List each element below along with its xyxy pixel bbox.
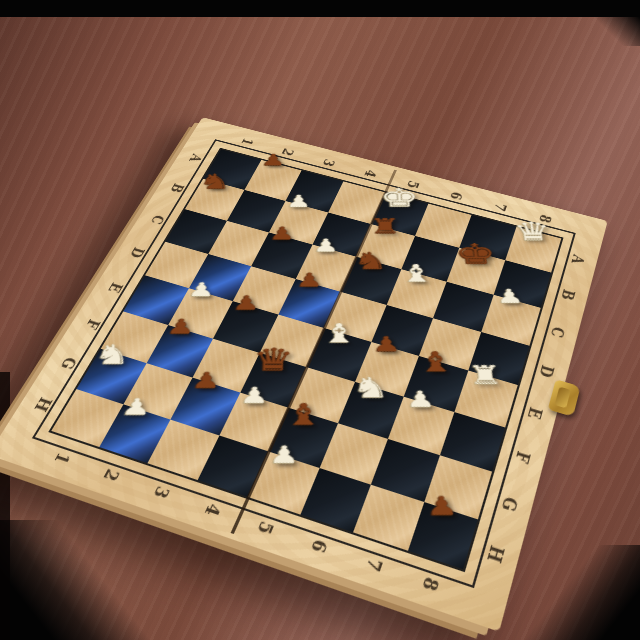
perspective-scene: 1234567812345678ABCDEFGHABCDEFGH ♟♚♛♞♟♜♚… [34, 36, 614, 616]
square-G4[interactable] [219, 392, 288, 451]
piece-white-pawn-h5[interactable]: ♟ [252, 443, 315, 484]
label-bottom-3: 3 [144, 478, 177, 507]
piece-white-king-a5[interactable]: ♚ [374, 185, 426, 213]
piece-dark-king-b7[interactable]: ♚ [448, 240, 505, 271]
piece-white-pawn-g4[interactable]: ♟ [223, 384, 284, 422]
label-right-D: D [532, 359, 559, 383]
white-pawn-glyph: ♟ [224, 384, 284, 406]
square-D8[interactable] [468, 331, 530, 385]
label-right-G: G [494, 489, 524, 518]
square-G5[interactable] [269, 408, 338, 468]
dark-pawn-glyph: ♟ [152, 316, 210, 336]
label-right-C: C [544, 320, 570, 343]
piece-white-knight-f6[interactable]: ♞ [341, 373, 401, 410]
label-bottom-1: 1 [45, 445, 78, 472]
square-F4[interactable] [240, 352, 307, 407]
white-pawn-glyph: ♟ [105, 396, 167, 419]
square-G7[interactable] [371, 439, 439, 501]
photo-stage: 1234567812345678ABCDEFGHABCDEFGH ♟♚♛♞♟♜♚… [0, 0, 640, 640]
white-knight-glyph: ♞ [82, 341, 143, 368]
label-bottom-7: 7 [357, 549, 390, 580]
piece-dark-knight-b1[interactable]: ♞ [188, 171, 241, 198]
piece-dark-rook-b5[interactable]: ♜ [359, 216, 412, 245]
square-F7[interactable] [388, 396, 454, 455]
white-pawn-glyph: ♟ [253, 443, 315, 467]
label-right-A: A [565, 249, 590, 270]
piece-white-pawn-f7[interactable]: ♟ [391, 388, 453, 426]
label-left-F: F [77, 313, 107, 336]
piece-dark-pawn-h8[interactable]: ♟ [410, 493, 477, 537]
black-top-bar [0, 0, 640, 17]
white-king-glyph: ♚ [374, 185, 426, 211]
chess-board: 1234567812345678ABCDEFGHABCDEFGH ♟♚♛♞♟♜♚… [0, 117, 608, 632]
dark-pawn-glyph: ♟ [248, 152, 298, 168]
piece-dark-pawn-d4[interactable]: ♟ [282, 271, 337, 303]
dark-rook-glyph: ♜ [359, 216, 412, 237]
piece-white-pawn-c8[interactable]: ♟ [481, 287, 541, 320]
dark-queen-glyph: ♛ [244, 344, 302, 375]
brass-clasp-icon [548, 379, 581, 417]
white-rook-glyph: ♜ [455, 362, 516, 388]
piece-white-knight-g1[interactable]: ♞ [81, 341, 144, 377]
piece-dark-bishop-g5[interactable]: ♝ [273, 399, 333, 438]
square-H8[interactable] [407, 501, 478, 569]
square-F5[interactable] [288, 367, 355, 423]
piece-dark-pawn-g3[interactable]: ♟ [175, 369, 236, 406]
piece-dark-pawn-a2[interactable]: ♟ [248, 152, 298, 178]
dark-pawn-glyph: ♟ [176, 369, 236, 391]
label-right-H: H [479, 538, 510, 569]
square-H6[interactable] [300, 467, 371, 532]
dark-pawn-glyph: ♟ [282, 271, 336, 290]
square-G1[interactable] [77, 349, 146, 404]
dark-knight-glyph: ♞ [189, 171, 241, 192]
square-F6[interactable] [338, 381, 404, 439]
square-H1[interactable] [51, 389, 123, 447]
square-F8[interactable] [439, 411, 505, 471]
label-bottom-2: 2 [94, 461, 127, 489]
label-bottom-8: 8 [413, 568, 445, 600]
label-right-E: E [520, 400, 548, 426]
dark-bishop-glyph: ♝ [273, 399, 333, 429]
square-G2[interactable] [123, 363, 192, 419]
label-bottom-5: 5 [248, 513, 281, 543]
piece-white-queen-a8[interactable]: ♛ [505, 219, 562, 249]
label-left-G: G [53, 351, 84, 375]
square-G3[interactable] [171, 378, 240, 435]
shadow-edge-left [0, 372, 10, 640]
piece-white-bishop-c6[interactable]: ♝ [389, 261, 445, 293]
square-G8[interactable] [424, 455, 492, 519]
dark-pawn-glyph: ♟ [410, 493, 475, 519]
square-H4[interactable] [197, 435, 269, 497]
label-bottom-4: 4 [196, 495, 229, 524]
white-knight-glyph: ♞ [341, 373, 400, 401]
white-pawn-glyph: ♟ [273, 193, 324, 210]
square-H5[interactable] [248, 451, 319, 514]
piece-dark-queen-f4[interactable]: ♛ [244, 344, 303, 380]
label-right-F: F [507, 443, 536, 470]
dark-king-glyph: ♚ [448, 240, 504, 268]
white-queen-glyph: ♛ [505, 219, 561, 244]
piece-dark-pawn-f2[interactable]: ♟ [150, 316, 210, 350]
dark-pawn-glyph: ♟ [218, 293, 274, 313]
piece-white-pawn-b3[interactable]: ♟ [273, 193, 325, 221]
square-H7[interactable] [353, 484, 424, 550]
piece-dark-pawn-e3[interactable]: ♟ [217, 293, 274, 326]
piece-white-rook-e8[interactable]: ♜ [455, 362, 517, 399]
square-G6[interactable] [319, 423, 388, 484]
square-E8[interactable] [454, 370, 518, 427]
label-right-B: B [555, 284, 581, 306]
square-H2[interactable] [99, 404, 171, 463]
label-left-H: H [27, 392, 59, 417]
piece-white-pawn-h2[interactable]: ♟ [103, 396, 167, 434]
label-bottom-6: 6 [302, 531, 335, 562]
white-bishop-glyph: ♝ [389, 261, 444, 285]
board-wood-border: 1234567812345678ABCDEFGHABCDEFGH ♟♚♛♞♟♜♚… [0, 117, 608, 632]
white-pawn-glyph: ♟ [481, 287, 538, 306]
white-pawn-glyph: ♟ [391, 388, 451, 410]
square-H3[interactable] [147, 419, 219, 480]
